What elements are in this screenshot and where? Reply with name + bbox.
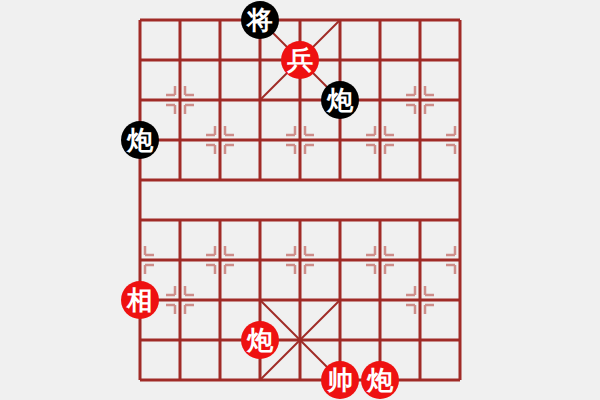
piece-red-elephant[interactable]: 相 bbox=[121, 281, 159, 319]
piece-black-cannon-1[interactable]: 炮 bbox=[321, 81, 359, 119]
piece-red-cannon-1[interactable]: 炮 bbox=[241, 321, 279, 359]
piece-red-general[interactable]: 帅 bbox=[321, 361, 359, 399]
piece-black-cannon-2[interactable]: 炮 bbox=[121, 121, 159, 159]
xiangqi-board: 将兵炮炮相炮帅炮 bbox=[0, 0, 600, 400]
piece-black-general[interactable]: 将 bbox=[241, 1, 279, 39]
piece-grid: 将兵炮炮相炮帅炮 bbox=[120, 0, 480, 400]
piece-red-cannon-2[interactable]: 炮 bbox=[361, 361, 399, 399]
piece-red-soldier[interactable]: 兵 bbox=[281, 41, 319, 79]
